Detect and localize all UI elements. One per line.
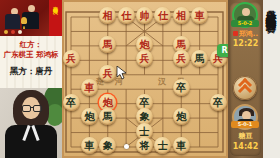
decor-dot (11, 30, 15, 34)
piece-red-仕-f6r1[interactable]: 仕 (154, 7, 171, 24)
mouse-cursor (116, 66, 128, 80)
piece-black-車-f2r10[interactable]: 車 (81, 137, 98, 154)
piece-black-炮-f7r8[interactable]: 炮 (173, 108, 190, 125)
piece-black-馬-f8r4[interactable]: 馬 (191, 50, 208, 67)
promo-caption: 巅峰对决 (53, 0, 59, 6)
black-player-clock: 14:42 (228, 142, 263, 151)
event-title: 唐丹大战十省棋王巅峰擂台赛 (265, 0, 279, 158)
piece-red-相-f3r1[interactable]: 相 (99, 7, 116, 24)
glasses-bridge (30, 107, 33, 108)
decor-dot (18, 30, 22, 34)
last-move-marker (124, 144, 129, 149)
piece-black-卒-f1r7[interactable]: 卒 (63, 94, 80, 111)
piece-red-車-f2r6[interactable]: 車 (81, 79, 98, 96)
piece-red-兵-f3r5[interactable]: 兵 (99, 65, 116, 82)
players-sidebar: 5-0-2 郑鸿.. 12:22 5-0-1 糖豆 14:42 (228, 0, 263, 158)
boost-button[interactable] (233, 76, 257, 100)
streamer-webcam (0, 88, 62, 158)
avatar-face (242, 8, 250, 16)
glasses-icon (33, 105, 42, 112)
red-score-badge: 5-0-2 (231, 20, 259, 27)
red-side-label: 红方： (0, 40, 62, 50)
piece-black-将-f5r10[interactable]: 将 (136, 137, 153, 154)
streamer-sweater (5, 125, 57, 158)
red-player-clock: 12:22 (228, 39, 263, 48)
event-title-strip: 唐丹大战十省棋王巅峰擂台赛 (263, 0, 280, 158)
piece-black-卒-f7r6[interactable]: 卒 (173, 79, 190, 96)
piece-red-兵-f5r4[interactable]: 兵 (136, 50, 153, 67)
piece-red-相-f7r1[interactable]: 相 (173, 7, 190, 24)
player-photo-head (28, 5, 35, 12)
red-side-tag-icon (233, 31, 238, 36)
piece-red-馬-f3r3[interactable]: 馬 (99, 36, 116, 53)
stream-screen: 巅峰对决 红方： 广东棋王 郑鸿标 黑方：唐丹 楚 河 汉 界 (0, 0, 280, 158)
red-player-nickname: 郑鸿.. (228, 29, 263, 39)
piece-black-車-f7r10[interactable]: 車 (173, 137, 190, 154)
black-score-badge: 5-0-1 (231, 121, 259, 128)
decor-dot (4, 30, 8, 34)
board-pieces-layer: 相仕帅仕相車馬炮馬兵兵兵馬兵兵車卒卒炮卒卒炮馬象炮士車象将士車 (62, 0, 228, 158)
black-player-nickname: 糖豆 (228, 131, 263, 141)
promo-ribbon: 巅峰对决 (49, 0, 62, 36)
piece-red-仕-f4r1[interactable]: 仕 (118, 7, 135, 24)
piece-black-卒-f9r7[interactable]: 卒 (210, 94, 227, 111)
black-side-line: 黑方：唐丹 (0, 66, 62, 77)
xiangqi-board[interactable]: 楚 河 汉 界 相仕帅仕相車馬炮馬兵兵兵馬兵兵車卒卒炮卒卒炮馬象炮士車象将士車 … (62, 0, 228, 158)
piece-red-車-f8r1[interactable]: 車 (191, 7, 208, 24)
piece-black-象-f3r10[interactable]: 象 (99, 137, 116, 154)
piece-red-兵-f7r4[interactable]: 兵 (173, 50, 190, 67)
piece-black-馬-f3r8[interactable]: 馬 (99, 108, 116, 125)
player-photo-body (5, 14, 20, 29)
trophy-icon (21, 17, 27, 24)
left-info-panel: 巅峰对决 红方： 广东棋王 郑鸿标 黑方：唐丹 (0, 0, 62, 158)
match-promo-photo: 巅峰对决 (0, 0, 62, 36)
matchup-text-block: 红方： 广东棋王 郑鸿标 黑方：唐丹 (0, 36, 62, 88)
piece-red-帅-f5r1[interactable]: 帅 (136, 7, 153, 24)
piece-black-士-f6r10[interactable]: 士 (154, 137, 171, 154)
piece-red-兵-f1r4[interactable]: 兵 (63, 50, 80, 67)
red-player-name: 广东棋王 郑鸿标 (0, 50, 62, 60)
piece-black-炮-f2r8[interactable]: 炮 (81, 108, 98, 125)
